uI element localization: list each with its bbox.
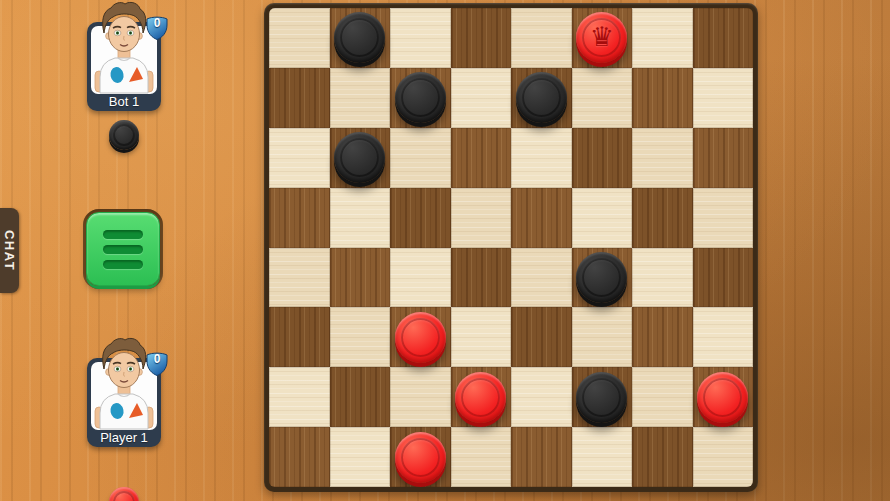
board-cell[interactable] [572,248,633,308]
board-cell[interactable] [632,188,693,248]
player-score: 0 [145,352,169,366]
red-man-piece[interactable] [697,372,748,423]
player-color-piece [109,487,139,501]
board-cell[interactable] [572,128,633,188]
board-cell[interactable] [632,8,693,68]
red-man-piece[interactable] [395,432,446,483]
player-card: Player 1 0 [87,358,161,447]
board-cell[interactable] [330,307,391,367]
board-cell[interactable] [451,427,512,487]
red-king-piece[interactable]: ♛ [576,12,627,63]
board-cell[interactable] [390,427,451,487]
board-cell[interactable] [632,128,693,188]
board-cell[interactable] [511,307,572,367]
board-cell[interactable] [330,427,391,487]
board-cell[interactable] [632,68,693,128]
opponent-score: 0 [145,16,169,30]
board-cell[interactable] [390,188,451,248]
board-cell[interactable] [693,68,754,128]
board-cell[interactable] [330,248,391,308]
black-man-piece[interactable] [395,72,446,123]
board-cell[interactable] [330,128,391,188]
board-cell[interactable] [693,128,754,188]
board-cell[interactable] [693,367,754,427]
board-cell[interactable] [511,68,572,128]
board-cell[interactable] [632,427,693,487]
board-cell[interactable] [390,367,451,427]
chat-tab[interactable]: CHAT [0,208,19,293]
board-cell[interactable] [511,427,572,487]
board-cell[interactable] [451,8,512,68]
board-cell[interactable] [330,188,391,248]
opponent-name: Bot 1 [87,94,161,109]
hamburger-menu-icon [103,230,143,239]
board-cell[interactable] [451,128,512,188]
board-cell[interactable]: ♛ [572,8,633,68]
red-man-piece[interactable] [395,312,446,363]
board-cell[interactable] [269,367,330,427]
black-man-piece[interactable] [334,132,385,183]
board-cell[interactable] [269,128,330,188]
board-cell[interactable] [451,68,512,128]
board-cell[interactable] [269,307,330,367]
board-cell[interactable] [451,188,512,248]
board-cell[interactable] [451,307,512,367]
board-cell[interactable] [572,367,633,427]
opponent-score-badge: 0 [145,15,169,41]
board-cell[interactable] [390,68,451,128]
board-cell[interactable] [572,68,633,128]
board-cell[interactable] [693,188,754,248]
checkers-board: ♛ [264,3,758,492]
player-name: Player 1 [87,430,161,445]
board-cell[interactable] [632,367,693,427]
board-cell[interactable] [511,248,572,308]
board-cell[interactable] [269,248,330,308]
board-cell[interactable] [572,427,633,487]
board-cell[interactable] [511,128,572,188]
board-cell[interactable] [269,427,330,487]
board-grid: ♛ [269,8,753,487]
opponent-card: Bot 1 0 [87,22,161,111]
board-cell[interactable] [269,188,330,248]
board-cell[interactable] [693,8,754,68]
board-cell[interactable] [511,8,572,68]
board-cell[interactable] [390,8,451,68]
board-cell[interactable] [451,367,512,427]
board-cell[interactable] [269,68,330,128]
player-score-badge: 0 [145,351,169,377]
red-man-piece[interactable] [455,372,506,423]
board-cell[interactable] [330,8,391,68]
board-cell[interactable] [390,248,451,308]
board-cell[interactable] [390,128,451,188]
black-man-piece[interactable] [334,12,385,63]
board-cell[interactable] [511,188,572,248]
board-cell[interactable] [693,248,754,308]
black-man-piece[interactable] [576,372,627,423]
board-cell[interactable] [511,367,572,427]
menu-button[interactable] [86,212,160,286]
black-man-piece[interactable] [516,72,567,123]
black-man-piece[interactable] [576,252,627,303]
board-cell[interactable] [693,427,754,487]
board-cell[interactable] [269,8,330,68]
board-cell[interactable] [632,307,693,367]
board-cell[interactable] [390,307,451,367]
opponent-color-piece [109,120,139,150]
board-cell[interactable] [572,188,633,248]
board-cell[interactable] [693,307,754,367]
chat-tab-label: CHAT [2,230,17,271]
board-cell[interactable] [632,248,693,308]
board-cell[interactable] [451,248,512,308]
board-cell[interactable] [330,367,391,427]
board-cell[interactable] [330,68,391,128]
board-cell[interactable] [572,307,633,367]
crown-icon: ♛ [576,12,627,63]
